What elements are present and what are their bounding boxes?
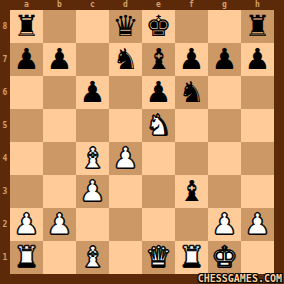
rank-label-3: 3 bbox=[0, 175, 10, 208]
black-bishop: ♝ bbox=[175, 175, 208, 208]
square-f1[interactable]: ♜ bbox=[175, 241, 208, 274]
square-f6[interactable]: ♞ bbox=[175, 76, 208, 109]
square-h5[interactable] bbox=[241, 109, 274, 142]
black-knight: ♞ bbox=[175, 76, 208, 109]
square-f3[interactable]: ♝ bbox=[175, 175, 208, 208]
black-bishop: ♝ bbox=[142, 43, 175, 76]
white-knight: ♞ bbox=[142, 109, 175, 142]
square-h6[interactable] bbox=[241, 76, 274, 109]
square-b2[interactable]: ♟ bbox=[43, 208, 76, 241]
chessgames-watermark: CHESSGAMES.COM bbox=[198, 273, 282, 284]
square-a2[interactable]: ♟ bbox=[10, 208, 43, 241]
square-f4[interactable] bbox=[175, 142, 208, 175]
square-b7[interactable]: ♟ bbox=[43, 43, 76, 76]
rank-label-7: 7 bbox=[0, 43, 10, 76]
black-rook: ♜ bbox=[10, 10, 43, 43]
square-c2[interactable] bbox=[76, 208, 109, 241]
square-d7[interactable]: ♞ bbox=[109, 43, 142, 76]
square-d2[interactable] bbox=[109, 208, 142, 241]
square-a6[interactable] bbox=[10, 76, 43, 109]
rank-label-8: 8 bbox=[0, 10, 10, 43]
square-a8[interactable]: ♜ bbox=[10, 10, 43, 43]
black-king: ♚ bbox=[142, 10, 175, 43]
square-g7[interactable]: ♟ bbox=[208, 43, 241, 76]
chessboard-frame: abcdefgh 87654321 ♜♛♚♜♟♟♞♝♟♟♟♟♟♞♞♝♟♟♝♟♟♟… bbox=[0, 0, 284, 284]
file-label-b: b bbox=[43, 0, 76, 10]
square-g5[interactable] bbox=[208, 109, 241, 142]
white-bishop: ♝ bbox=[76, 241, 109, 274]
square-g6[interactable] bbox=[208, 76, 241, 109]
square-g8[interactable] bbox=[208, 10, 241, 43]
square-c8[interactable] bbox=[76, 10, 109, 43]
square-d6[interactable] bbox=[109, 76, 142, 109]
square-e2[interactable] bbox=[142, 208, 175, 241]
square-e3[interactable] bbox=[142, 175, 175, 208]
square-c7[interactable] bbox=[76, 43, 109, 76]
square-h8[interactable]: ♜ bbox=[241, 10, 274, 43]
rank-label-6: 6 bbox=[0, 76, 10, 109]
rank-label-4: 4 bbox=[0, 142, 10, 175]
rank-label-1: 1 bbox=[0, 241, 10, 274]
square-a4[interactable] bbox=[10, 142, 43, 175]
square-b6[interactable] bbox=[43, 76, 76, 109]
file-label-g: g bbox=[208, 0, 241, 10]
black-pawn: ♟ bbox=[175, 43, 208, 76]
rank-label-2: 2 bbox=[0, 208, 10, 241]
square-b3[interactable] bbox=[43, 175, 76, 208]
white-queen: ♛ bbox=[142, 241, 175, 274]
rank-label-5: 5 bbox=[0, 109, 10, 142]
square-a7[interactable]: ♟ bbox=[10, 43, 43, 76]
square-c3[interactable]: ♟ bbox=[76, 175, 109, 208]
square-d8[interactable]: ♛ bbox=[109, 10, 142, 43]
white-pawn: ♟ bbox=[109, 142, 142, 175]
square-c4[interactable]: ♝ bbox=[76, 142, 109, 175]
square-a5[interactable] bbox=[10, 109, 43, 142]
square-a1[interactable]: ♜ bbox=[10, 241, 43, 274]
square-f5[interactable] bbox=[175, 109, 208, 142]
square-h7[interactable]: ♟ bbox=[241, 43, 274, 76]
square-f7[interactable]: ♟ bbox=[175, 43, 208, 76]
square-c6[interactable]: ♟ bbox=[76, 76, 109, 109]
square-d1[interactable] bbox=[109, 241, 142, 274]
black-queen: ♛ bbox=[109, 10, 142, 43]
white-pawn: ♟ bbox=[241, 208, 274, 241]
white-pawn: ♟ bbox=[43, 208, 76, 241]
chess-board: ♜♛♚♜♟♟♞♝♟♟♟♟♟♞♞♝♟♟♝♟♟♟♟♜♝♛♜♚ bbox=[10, 10, 274, 274]
square-d3[interactable] bbox=[109, 175, 142, 208]
rank-labels: 87654321 bbox=[0, 10, 10, 274]
black-rook: ♜ bbox=[241, 10, 274, 43]
square-e1[interactable]: ♛ bbox=[142, 241, 175, 274]
white-bishop: ♝ bbox=[76, 142, 109, 175]
square-d5[interactable] bbox=[109, 109, 142, 142]
black-pawn: ♟ bbox=[142, 76, 175, 109]
square-d4[interactable]: ♟ bbox=[109, 142, 142, 175]
square-g3[interactable] bbox=[208, 175, 241, 208]
square-e4[interactable] bbox=[142, 142, 175, 175]
white-pawn: ♟ bbox=[208, 208, 241, 241]
square-b8[interactable] bbox=[43, 10, 76, 43]
black-pawn: ♟ bbox=[43, 43, 76, 76]
square-e8[interactable]: ♚ bbox=[142, 10, 175, 43]
square-h1[interactable] bbox=[241, 241, 274, 274]
square-g4[interactable] bbox=[208, 142, 241, 175]
black-pawn: ♟ bbox=[10, 43, 43, 76]
black-pawn: ♟ bbox=[208, 43, 241, 76]
square-e6[interactable]: ♟ bbox=[142, 76, 175, 109]
square-f8[interactable] bbox=[175, 10, 208, 43]
square-a3[interactable] bbox=[10, 175, 43, 208]
white-rook: ♜ bbox=[175, 241, 208, 274]
square-b4[interactable] bbox=[43, 142, 76, 175]
file-label-c: c bbox=[76, 0, 109, 10]
square-h3[interactable] bbox=[241, 175, 274, 208]
file-label-f: f bbox=[175, 0, 208, 10]
square-c1[interactable]: ♝ bbox=[76, 241, 109, 274]
square-e7[interactable]: ♝ bbox=[142, 43, 175, 76]
white-rook: ♜ bbox=[10, 241, 43, 274]
square-h2[interactable]: ♟ bbox=[241, 208, 274, 241]
square-g1[interactable]: ♚ bbox=[208, 241, 241, 274]
black-knight: ♞ bbox=[109, 43, 142, 76]
square-e5[interactable]: ♞ bbox=[142, 109, 175, 142]
white-king: ♚ bbox=[208, 241, 241, 274]
square-b5[interactable] bbox=[43, 109, 76, 142]
white-pawn: ♟ bbox=[10, 208, 43, 241]
square-g2[interactable]: ♟ bbox=[208, 208, 241, 241]
square-h4[interactable] bbox=[241, 142, 274, 175]
black-pawn: ♟ bbox=[76, 76, 109, 109]
black-pawn: ♟ bbox=[241, 43, 274, 76]
white-pawn: ♟ bbox=[76, 175, 109, 208]
square-c5[interactable] bbox=[76, 109, 109, 142]
file-labels: abcdefgh bbox=[10, 0, 274, 10]
square-b1[interactable] bbox=[43, 241, 76, 274]
square-f2[interactable] bbox=[175, 208, 208, 241]
